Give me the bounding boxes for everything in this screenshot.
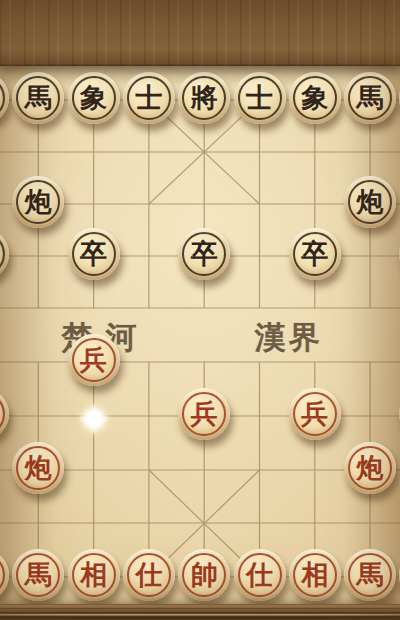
piece-character: 卒 — [301, 240, 328, 267]
piece-character: 象 — [301, 84, 328, 111]
piece-character: 卒 — [191, 240, 218, 267]
piece-character: 炮 — [25, 454, 52, 481]
piece-red-advisor[interactable]: 仕 — [123, 549, 175, 601]
piece-red-elephant[interactable]: 相 — [289, 549, 341, 601]
piece-character: 馬 — [357, 561, 384, 588]
piece-red-horse[interactable]: 馬 — [344, 549, 396, 601]
board-bottom-edge — [0, 604, 400, 620]
river-label-han-jie: 漢界 — [252, 317, 323, 359]
piece-character: 兵 — [80, 346, 107, 373]
piece-character: 士 — [135, 84, 162, 111]
piece-black-advisor[interactable]: 士 — [123, 72, 175, 124]
piece-character: 馬 — [25, 84, 52, 111]
xiangqi-board[interactable]: 楚河 漢界 車馬象士將士象馬車炮炮卒卒卒卒卒兵兵兵兵兵炮炮車馬相仕帥仕相馬車 — [0, 0, 400, 620]
piece-red-general[interactable]: 帥 — [178, 549, 230, 601]
piece-character: 象 — [80, 84, 107, 111]
piece-black-cannon[interactable]: 炮 — [12, 176, 64, 228]
piece-character: 炮 — [357, 188, 384, 215]
piece-character: 馬 — [357, 84, 384, 111]
piece-character: 仕 — [135, 561, 162, 588]
piece-black-soldier[interactable]: 卒 — [68, 228, 120, 280]
table-wood-top — [0, 0, 400, 66]
piece-red-advisor[interactable]: 仕 — [234, 549, 286, 601]
piece-black-cannon[interactable]: 炮 — [344, 176, 396, 228]
piece-character: 卒 — [80, 240, 107, 267]
piece-character: 相 — [301, 561, 328, 588]
piece-black-advisor[interactable]: 士 — [234, 72, 286, 124]
piece-red-soldier[interactable]: 兵 — [178, 388, 230, 440]
piece-red-soldier[interactable]: 兵 — [68, 334, 120, 386]
piece-black-general[interactable]: 將 — [178, 72, 230, 124]
piece-red-horse[interactable]: 馬 — [12, 549, 64, 601]
piece-black-elephant[interactable]: 象 — [68, 72, 120, 124]
piece-character: 將 — [191, 84, 218, 111]
piece-character: 帥 — [191, 561, 218, 588]
piece-character: 炮 — [357, 454, 384, 481]
piece-black-soldier[interactable]: 卒 — [178, 228, 230, 280]
piece-character: 炮 — [25, 188, 52, 215]
move-origin-marker — [74, 399, 114, 439]
piece-red-cannon[interactable]: 炮 — [12, 442, 64, 494]
piece-red-cannon[interactable]: 炮 — [344, 442, 396, 494]
piece-character: 兵 — [301, 400, 328, 427]
piece-character: 仕 — [246, 561, 273, 588]
piece-red-soldier[interactable]: 兵 — [289, 388, 341, 440]
piece-black-elephant[interactable]: 象 — [289, 72, 341, 124]
piece-black-horse[interactable]: 馬 — [12, 72, 64, 124]
piece-character: 士 — [246, 84, 273, 111]
piece-character: 馬 — [25, 561, 52, 588]
piece-character: 相 — [80, 561, 107, 588]
piece-character: 兵 — [191, 400, 218, 427]
piece-black-soldier[interactable]: 卒 — [289, 228, 341, 280]
piece-black-horse[interactable]: 馬 — [344, 72, 396, 124]
piece-red-elephant[interactable]: 相 — [68, 549, 120, 601]
